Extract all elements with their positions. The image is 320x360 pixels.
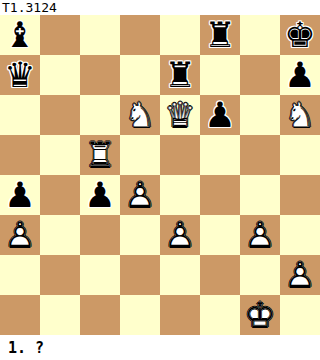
square-d6[interactable]: ♞♘: [120, 95, 160, 135]
square-c5[interactable]: ♜♖: [80, 135, 120, 175]
square-e2[interactable]: [160, 255, 200, 295]
square-c3[interactable]: [80, 215, 120, 255]
black-pawn-icon: ♟: [0, 175, 40, 215]
square-c6[interactable]: [80, 95, 120, 135]
square-g4[interactable]: [240, 175, 280, 215]
square-g6[interactable]: [240, 95, 280, 135]
square-c7[interactable]: [80, 55, 120, 95]
square-a6[interactable]: [0, 95, 40, 135]
square-f8[interactable]: ♜: [200, 15, 240, 55]
white-king-icon: ♚♔: [240, 295, 280, 335]
square-f3[interactable]: [200, 215, 240, 255]
square-f2[interactable]: [200, 255, 240, 295]
square-a2[interactable]: [0, 255, 40, 295]
black-pawn-icon: ♟: [80, 175, 120, 215]
white-pawn-icon: ♟♙: [0, 215, 40, 255]
square-b6[interactable]: [40, 95, 80, 135]
square-a1[interactable]: [0, 295, 40, 335]
square-c2[interactable]: [80, 255, 120, 295]
white-queen-icon: ♛♕: [160, 95, 200, 135]
square-c1[interactable]: [80, 295, 120, 335]
black-queen-icon: ♛: [0, 55, 40, 95]
square-e6[interactable]: ♛♕: [160, 95, 200, 135]
square-f6[interactable]: ♟: [200, 95, 240, 135]
square-a5[interactable]: [0, 135, 40, 175]
square-a3[interactable]: ♟♙: [0, 215, 40, 255]
square-e4[interactable]: [160, 175, 200, 215]
black-king-icon: ♚: [280, 15, 320, 55]
square-d2[interactable]: [120, 255, 160, 295]
square-b3[interactable]: [40, 215, 80, 255]
square-c8[interactable]: [80, 15, 120, 55]
square-b8[interactable]: [40, 15, 80, 55]
square-g7[interactable]: [240, 55, 280, 95]
square-h1[interactable]: [280, 295, 320, 335]
square-h2[interactable]: ♟♙: [280, 255, 320, 295]
black-rook-icon: ♜: [160, 55, 200, 95]
white-knight-icon: ♞♘: [120, 95, 160, 135]
white-knight-icon: ♞♘: [280, 95, 320, 135]
square-f1[interactable]: [200, 295, 240, 335]
square-h6[interactable]: ♞♘: [280, 95, 320, 135]
square-h8[interactable]: ♚: [280, 15, 320, 55]
move-prompt: 1. ?: [0, 339, 320, 357]
white-pawn-icon: ♟♙: [160, 215, 200, 255]
square-d8[interactable]: [120, 15, 160, 55]
black-pawn-icon: ♟: [280, 55, 320, 95]
white-pawn-icon: ♟♙: [280, 255, 320, 295]
white-pawn-icon: ♟♙: [120, 175, 160, 215]
square-f4[interactable]: [200, 175, 240, 215]
square-d4[interactable]: ♟♙: [120, 175, 160, 215]
white-rook-icon: ♜♖: [80, 135, 120, 175]
square-e1[interactable]: [160, 295, 200, 335]
chess-board: ♝♜♚♛♜♟♞♘♛♕♟♞♘♜♖♟♟♟♙♟♙♟♙♟♙♟♙♚♔: [0, 15, 320, 335]
square-h5[interactable]: [280, 135, 320, 175]
puzzle-title: T1.3124: [0, 0, 320, 15]
square-f5[interactable]: [200, 135, 240, 175]
square-b5[interactable]: [40, 135, 80, 175]
square-b4[interactable]: [40, 175, 80, 215]
black-bishop-icon: ♝: [0, 15, 40, 55]
square-c4[interactable]: ♟: [80, 175, 120, 215]
square-g1[interactable]: ♚♔: [240, 295, 280, 335]
square-h3[interactable]: [280, 215, 320, 255]
square-g3[interactable]: ♟♙: [240, 215, 280, 255]
square-a8[interactable]: ♝: [0, 15, 40, 55]
square-h4[interactable]: [280, 175, 320, 215]
square-b7[interactable]: [40, 55, 80, 95]
square-a4[interactable]: ♟: [0, 175, 40, 215]
square-g8[interactable]: [240, 15, 280, 55]
square-g5[interactable]: [240, 135, 280, 175]
square-a7[interactable]: ♛: [0, 55, 40, 95]
square-b1[interactable]: [40, 295, 80, 335]
black-pawn-icon: ♟: [200, 95, 240, 135]
square-e7[interactable]: ♜: [160, 55, 200, 95]
square-h7[interactable]: ♟: [280, 55, 320, 95]
square-d7[interactable]: [120, 55, 160, 95]
square-e8[interactable]: [160, 15, 200, 55]
square-e5[interactable]: [160, 135, 200, 175]
white-pawn-icon: ♟♙: [240, 215, 280, 255]
square-d3[interactable]: [120, 215, 160, 255]
black-rook-icon: ♜: [200, 15, 240, 55]
square-d1[interactable]: [120, 295, 160, 335]
square-f7[interactable]: [200, 55, 240, 95]
square-b2[interactable]: [40, 255, 80, 295]
square-d5[interactable]: [120, 135, 160, 175]
square-e3[interactable]: ♟♙: [160, 215, 200, 255]
square-g2[interactable]: [240, 255, 280, 295]
